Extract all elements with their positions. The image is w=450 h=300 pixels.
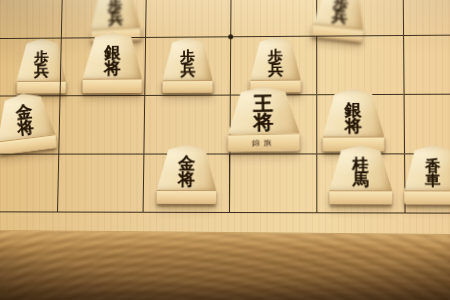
- board-cell-r1c1[interactable]: 銀将: [60, 37, 146, 95]
- board-cell-r0c2[interactable]: [145, 0, 231, 37]
- piece-bottom-edge: [82, 78, 142, 93]
- board-cell-r2c0[interactable]: 金将: [0, 95, 60, 153]
- board-cell-r3c1[interactable]: [57, 154, 143, 213]
- kanji-char: 将: [16, 119, 34, 137]
- board-cell-r0c4[interactable]: 歩兵: [316, 0, 403, 36]
- board-cell-r1c5[interactable]: [403, 34, 450, 94]
- kanji-char: 兵: [108, 12, 123, 27]
- board-cell-r3c0[interactable]: [0, 154, 58, 213]
- kanji-char: 車: [425, 174, 440, 189]
- piece-kinsho-gold[interactable]: 金将: [157, 145, 217, 204]
- piece-face-kanji: 歩兵: [163, 37, 213, 80]
- kanji-char: 兵: [268, 63, 283, 77]
- kanji-char: 兵: [331, 10, 348, 26]
- piece-bottom-edge: [404, 190, 450, 204]
- piece-face-kanji: 金将: [0, 90, 55, 141]
- piece-kinsho-gold[interactable]: 金将: [0, 90, 56, 155]
- piece-bottom-edge: 錦旗: [228, 133, 300, 152]
- board-cell-r0c5[interactable]: [403, 0, 450, 35]
- shogi-grid: 歩兵歩兵歩兵銀将歩兵歩兵金将王将錦旗銀将金将桂馬香車: [0, 0, 450, 214]
- maker-stamp: 錦旗: [252, 138, 276, 148]
- piece-face-kanji: 金将: [157, 145, 217, 190]
- board-cell-r2c1[interactable]: [58, 95, 144, 154]
- kanji-char: 将: [253, 113, 273, 133]
- piece-fuhyo-pawn[interactable]: 歩兵: [162, 37, 213, 93]
- piece-face-kanji: 歩兵: [90, 0, 140, 30]
- board-cell-r1c4[interactable]: [316, 35, 403, 94]
- board-cell-r3c5[interactable]: 香車: [404, 153, 450, 213]
- piece-osho-king[interactable]: 王将錦旗: [227, 86, 299, 152]
- piece-face-kanji: 桂馬: [329, 145, 392, 190]
- board-cell-r0c0[interactable]: [0, 0, 62, 38]
- board-surface: 歩兵歩兵歩兵銀将歩兵歩兵金将王将錦旗銀将金将桂馬香車: [0, 0, 450, 234]
- piece-face-kanji: 王将: [227, 86, 299, 135]
- piece-kyosha-lance[interactable]: 香車: [404, 145, 450, 204]
- piece-fuhyo-pawn[interactable]: 歩兵: [250, 37, 301, 93]
- piece-bottom-edge: [162, 80, 212, 93]
- board-cell-r2c3[interactable]: 王将錦旗: [229, 94, 316, 153]
- piece-bottom-edge: [329, 190, 392, 204]
- board-cell-r1c2[interactable]: 歩兵: [144, 36, 230, 95]
- board-cell-r3c3[interactable]: [229, 153, 316, 213]
- board-cell-r3c4[interactable]: 桂馬: [316, 153, 404, 213]
- kanji-char: 馬: [353, 173, 369, 189]
- board-cell-r1c0[interactable]: 歩兵: [0, 38, 61, 96]
- front-edge-shading: [0, 231, 450, 300]
- kanji-char: 将: [178, 172, 195, 188]
- shogi-board-photo: 歩兵歩兵歩兵銀将歩兵歩兵金将王将錦旗銀将金将桂馬香車: [0, 0, 450, 300]
- piece-face-kanji: 銀将: [323, 89, 384, 137]
- board-front-edge: [0, 230, 450, 300]
- piece-ginsho-silver[interactable]: 銀将: [323, 89, 385, 151]
- board-cell-r3c2[interactable]: 金将: [143, 153, 230, 213]
- piece-ginsho-silver[interactable]: 銀将: [82, 32, 142, 93]
- kanji-char: 将: [104, 61, 121, 77]
- kanji-char: 兵: [180, 64, 195, 78]
- piece-bottom-edge: [157, 190, 217, 204]
- kanji-char: 将: [345, 118, 362, 135]
- piece-keima-knight[interactable]: 桂馬: [329, 145, 392, 204]
- piece-face-kanji: 香車: [404, 145, 450, 190]
- piece-face-kanji: 銀将: [83, 32, 143, 79]
- piece-face-kanji: 歩兵: [250, 37, 301, 80]
- board-cell-r0c3[interactable]: [230, 0, 316, 36]
- kanji-char: 兵: [34, 65, 49, 79]
